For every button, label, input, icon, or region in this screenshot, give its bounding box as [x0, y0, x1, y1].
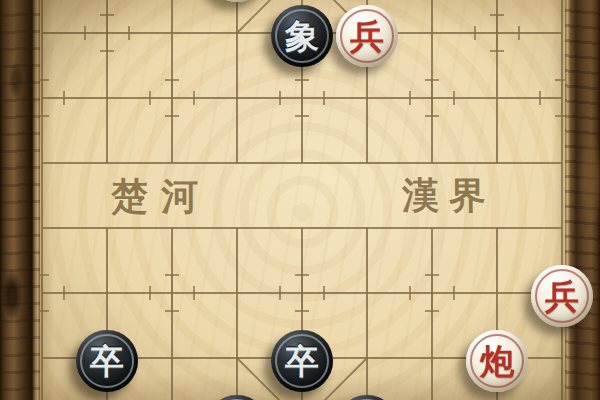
piece-character: 卒 — [90, 344, 124, 378]
wooden-rail-right — [565, 0, 600, 400]
piece-black-elephant[interactable]: 象 — [271, 5, 333, 67]
piece-character: 卒 — [285, 344, 319, 378]
piece-red-cannon[interactable]: 炮 — [466, 330, 528, 392]
piece-red-soldier[interactable]: 兵 — [531, 265, 593, 327]
piece-black-soldier[interactable]: 卒 — [76, 330, 138, 392]
piece-character: 兵 — [545, 279, 579, 313]
wooden-rail-left — [0, 0, 40, 400]
piece-red-soldier[interactable]: 兵 — [336, 5, 398, 67]
piece-black-soldier[interactable]: 卒 — [271, 330, 333, 392]
piece-character: 兵 — [350, 19, 384, 53]
xiangqi-board: 楚河 漢界 兵象兵兵卒卒炮卒卒 — [0, 0, 600, 400]
piece-character: 象 — [285, 19, 319, 53]
piece-character: 炮 — [480, 344, 514, 378]
